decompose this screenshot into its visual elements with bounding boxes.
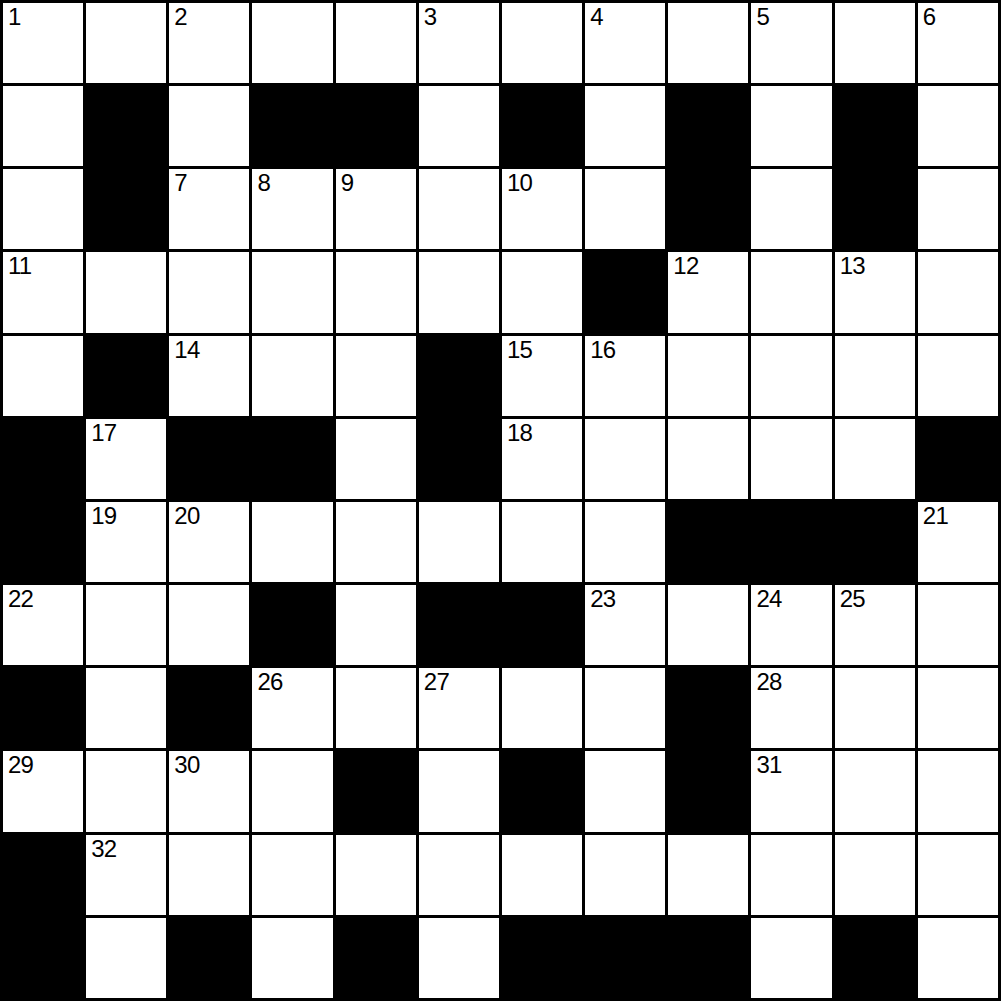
white-cell-r3c6[interactable]	[502, 252, 582, 332]
black-cell-r11c8	[668, 918, 748, 998]
white-cell-r11c3[interactable]	[252, 918, 332, 998]
white-cell-r0c2[interactable]: 2	[169, 3, 249, 83]
white-cell-r7c2[interactable]	[169, 585, 249, 665]
white-cell-r8c6[interactable]	[502, 668, 582, 748]
black-cell-r7c5	[419, 585, 499, 665]
white-cell-r4c9[interactable]	[751, 336, 831, 416]
white-cell-r8c7[interactable]	[585, 668, 665, 748]
white-cell-r2c11[interactable]	[918, 169, 998, 249]
black-cell-r9c4	[336, 751, 416, 831]
white-cell-r0c0[interactable]: 1	[3, 3, 83, 83]
black-cell-r1c3	[252, 86, 332, 166]
white-cell-r3c0[interactable]: 11	[3, 252, 83, 332]
white-cell-r0c4[interactable]	[336, 3, 416, 83]
white-cell-r10c9[interactable]	[751, 835, 831, 915]
white-cell-r10c6[interactable]	[502, 835, 582, 915]
white-cell-r0c9[interactable]: 5	[751, 3, 831, 83]
white-cell-r6c4[interactable]	[336, 502, 416, 582]
black-cell-r11c0	[3, 918, 83, 998]
white-cell-r0c1[interactable]	[86, 3, 166, 83]
white-cell-r4c7[interactable]: 16	[585, 336, 665, 416]
white-cell-r11c11[interactable]	[918, 918, 998, 998]
black-cell-r5c5	[419, 419, 499, 499]
clue-number: 6	[923, 4, 936, 29]
clue-number: 10	[507, 170, 532, 195]
black-cell-r9c6	[502, 751, 582, 831]
white-cell-r6c1[interactable]: 19	[86, 502, 166, 582]
clue-number: 26	[257, 669, 282, 694]
white-cell-r9c9[interactable]: 31	[751, 751, 831, 831]
white-cell-r8c1[interactable]	[86, 668, 166, 748]
clue-number: 20	[174, 503, 199, 528]
white-cell-r10c4[interactable]	[336, 835, 416, 915]
black-cell-r3c7	[585, 252, 665, 332]
white-cell-r11c9[interactable]	[751, 918, 831, 998]
white-cell-r11c1[interactable]	[86, 918, 166, 998]
white-cell-r0c10[interactable]	[835, 3, 915, 83]
clue-number: 30	[174, 752, 199, 777]
white-cell-r4c8[interactable]	[668, 336, 748, 416]
black-cell-r8c8	[668, 668, 748, 748]
white-cell-r1c0[interactable]	[3, 86, 83, 166]
clue-number: 27	[424, 669, 449, 694]
white-cell-r3c1[interactable]	[86, 252, 166, 332]
white-cell-r5c8[interactable]	[668, 419, 748, 499]
white-cell-r9c5[interactable]	[419, 751, 499, 831]
white-cell-r9c0[interactable]: 29	[3, 751, 83, 831]
white-cell-r3c10[interactable]: 13	[835, 252, 915, 332]
white-cell-r7c1[interactable]	[86, 585, 166, 665]
white-cell-r8c4[interactable]	[336, 668, 416, 748]
clue-number: 25	[840, 586, 865, 611]
white-cell-r7c7[interactable]: 23	[585, 585, 665, 665]
white-cell-r10c2[interactable]	[169, 835, 249, 915]
black-cell-r2c1	[86, 169, 166, 249]
black-cell-r11c4	[336, 918, 416, 998]
white-cell-r0c3[interactable]	[252, 3, 332, 83]
white-cell-r2c3[interactable]: 8	[252, 169, 332, 249]
black-cell-r1c8	[668, 86, 748, 166]
white-cell-r5c4[interactable]	[336, 419, 416, 499]
white-cell-r1c11[interactable]	[918, 86, 998, 166]
clue-number: 2	[174, 4, 187, 29]
white-cell-r10c10[interactable]	[835, 835, 915, 915]
clue-number: 13	[840, 253, 865, 278]
white-cell-r10c1[interactable]: 32	[86, 835, 166, 915]
white-cell-r2c7[interactable]	[585, 169, 665, 249]
white-cell-r2c2[interactable]: 7	[169, 169, 249, 249]
black-cell-r4c1	[86, 336, 166, 416]
clue-number: 32	[91, 836, 116, 861]
white-cell-r9c7[interactable]	[585, 751, 665, 831]
white-cell-r2c9[interactable]	[751, 169, 831, 249]
black-cell-r6c10	[835, 502, 915, 582]
black-cell-r6c0	[3, 502, 83, 582]
white-cell-r7c9[interactable]: 24	[751, 585, 831, 665]
white-cell-r6c2[interactable]: 20	[169, 502, 249, 582]
black-cell-r5c2	[169, 419, 249, 499]
clue-number: 24	[756, 586, 781, 611]
white-cell-r11c5[interactable]	[419, 918, 499, 998]
white-cell-r1c9[interactable]	[751, 86, 831, 166]
white-cell-r2c4[interactable]: 9	[336, 169, 416, 249]
white-cell-r8c10[interactable]	[835, 668, 915, 748]
black-cell-r11c10	[835, 918, 915, 998]
clue-number: 17	[91, 420, 116, 445]
white-cell-r2c5[interactable]	[419, 169, 499, 249]
white-cell-r10c7[interactable]	[585, 835, 665, 915]
white-cell-r6c6[interactable]	[502, 502, 582, 582]
black-cell-r6c8	[668, 502, 748, 582]
white-cell-r8c5[interactable]: 27	[419, 668, 499, 748]
white-cell-r3c3[interactable]	[252, 252, 332, 332]
white-cell-r6c7[interactable]	[585, 502, 665, 582]
black-cell-r5c3	[252, 419, 332, 499]
black-cell-r2c10	[835, 169, 915, 249]
clue-number: 18	[507, 420, 532, 445]
white-cell-r4c0[interactable]	[3, 336, 83, 416]
white-cell-r5c9[interactable]	[751, 419, 831, 499]
clue-number: 7	[174, 170, 187, 195]
white-cell-r8c9[interactable]: 28	[751, 668, 831, 748]
white-cell-r5c7[interactable]	[585, 419, 665, 499]
black-cell-r11c6	[502, 918, 582, 998]
white-cell-r9c3[interactable]	[252, 751, 332, 831]
clue-number: 14	[174, 337, 199, 362]
white-cell-r6c5[interactable]	[419, 502, 499, 582]
white-cell-r7c10[interactable]: 25	[835, 585, 915, 665]
white-cell-r9c11[interactable]	[918, 751, 998, 831]
white-cell-r5c1[interactable]: 17	[86, 419, 166, 499]
black-cell-r7c6	[502, 585, 582, 665]
white-cell-r10c5[interactable]	[419, 835, 499, 915]
clue-number: 3	[424, 4, 437, 29]
white-cell-r7c11[interactable]	[918, 585, 998, 665]
white-cell-r10c8[interactable]	[668, 835, 748, 915]
white-cell-r0c11[interactable]: 6	[918, 3, 998, 83]
white-cell-r1c5[interactable]	[419, 86, 499, 166]
white-cell-r0c7[interactable]: 4	[585, 3, 665, 83]
black-cell-r10c0	[3, 835, 83, 915]
white-cell-r6c11[interactable]: 21	[918, 502, 998, 582]
white-cell-r7c0[interactable]: 22	[3, 585, 83, 665]
clue-number: 9	[341, 170, 354, 195]
black-cell-r4c5	[419, 336, 499, 416]
white-cell-r6c3[interactable]	[252, 502, 332, 582]
white-cell-r8c3[interactable]: 26	[252, 668, 332, 748]
clue-number: 16	[590, 337, 615, 362]
white-cell-r3c2[interactable]	[169, 252, 249, 332]
white-cell-r2c0[interactable]	[3, 169, 83, 249]
black-cell-r1c1	[86, 86, 166, 166]
white-cell-r9c2[interactable]: 30	[169, 751, 249, 831]
white-cell-r3c11[interactable]	[918, 252, 998, 332]
clue-number: 29	[8, 752, 33, 777]
black-cell-r11c7	[585, 918, 665, 998]
clue-number: 22	[8, 586, 33, 611]
black-cell-r5c11	[918, 419, 998, 499]
clue-number: 21	[923, 503, 948, 528]
white-cell-r3c8[interactable]: 12	[668, 252, 748, 332]
white-cell-r1c7[interactable]	[585, 86, 665, 166]
black-cell-r9c8	[668, 751, 748, 831]
white-cell-r3c5[interactable]	[419, 252, 499, 332]
black-cell-r11c2	[169, 918, 249, 998]
clue-number: 4	[590, 4, 603, 29]
white-cell-r7c4[interactable]	[336, 585, 416, 665]
white-cell-r2c6[interactable]: 10	[502, 169, 582, 249]
clue-number: 19	[91, 503, 116, 528]
black-cell-r6c9	[751, 502, 831, 582]
white-cell-r3c9[interactable]	[751, 252, 831, 332]
black-cell-r8c0	[3, 668, 83, 748]
black-cell-r2c8	[668, 169, 748, 249]
white-cell-r0c8[interactable]	[668, 3, 748, 83]
black-cell-r1c4	[336, 86, 416, 166]
white-cell-r1c2[interactable]	[169, 86, 249, 166]
clue-number: 31	[756, 752, 781, 777]
white-cell-r0c6[interactable]	[502, 3, 582, 83]
white-cell-r10c3[interactable]	[252, 835, 332, 915]
white-cell-r5c10[interactable]	[835, 419, 915, 499]
white-cell-r3c4[interactable]	[336, 252, 416, 332]
white-cell-r4c10[interactable]	[835, 336, 915, 416]
white-cell-r4c2[interactable]: 14	[169, 336, 249, 416]
white-cell-r10c11[interactable]	[918, 835, 998, 915]
clue-number: 23	[590, 586, 615, 611]
white-cell-r8c11[interactable]	[918, 668, 998, 748]
white-cell-r5c6[interactable]: 18	[502, 419, 582, 499]
clue-number: 1	[8, 4, 21, 29]
clue-number: 12	[673, 253, 698, 278]
white-cell-r4c4[interactable]	[336, 336, 416, 416]
black-cell-r7c3	[252, 585, 332, 665]
white-cell-r4c6[interactable]: 15	[502, 336, 582, 416]
white-cell-r4c11[interactable]	[918, 336, 998, 416]
black-cell-r1c6	[502, 86, 582, 166]
clue-number: 11	[8, 253, 31, 278]
crossword-grid: 1234567891011121314151617181920212223242…	[0, 0, 1001, 1001]
black-cell-r1c10	[835, 86, 915, 166]
clue-number: 28	[756, 669, 781, 694]
white-cell-r9c10[interactable]	[835, 751, 915, 831]
black-cell-r8c2	[169, 668, 249, 748]
white-cell-r7c8[interactable]	[668, 585, 748, 665]
white-cell-r0c5[interactable]: 3	[419, 3, 499, 83]
clue-number: 5	[756, 4, 769, 29]
clue-number: 8	[257, 170, 270, 195]
white-cell-r9c1[interactable]	[86, 751, 166, 831]
black-cell-r5c0	[3, 419, 83, 499]
white-cell-r4c3[interactable]	[252, 336, 332, 416]
clue-number: 15	[507, 337, 532, 362]
